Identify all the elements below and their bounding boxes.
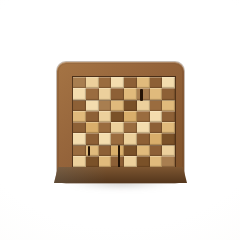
board-square-light: [99, 133, 112, 144]
board-square-light: [99, 156, 112, 167]
chess-board: [57, 62, 184, 183]
board-square-dark: [137, 133, 150, 144]
board-square-dark: [73, 77, 86, 88]
board-square-dark: [137, 111, 150, 122]
piece-seam: [73, 100, 175, 101]
board-square-light: [162, 122, 175, 133]
board-square-dark: [137, 88, 150, 99]
board-square-dark: [150, 77, 163, 88]
piece-gap: [88, 146, 90, 156]
board-square-dark: [111, 88, 124, 99]
board-square-dark: [124, 100, 137, 111]
bevel-miter-shade: [54, 167, 107, 183]
board-square-light: [73, 156, 86, 167]
board-square-dark: [111, 133, 124, 144]
board-square-light: [111, 100, 124, 111]
board-square-light: [162, 100, 175, 111]
board-square-light: [86, 100, 99, 111]
board-square-light: [150, 133, 163, 144]
board-square-light: [150, 156, 163, 167]
board-square-light: [124, 88, 137, 99]
board-square-dark: [73, 100, 86, 111]
board-square-dark: [162, 133, 175, 144]
board-square-dark: [162, 156, 175, 167]
board-square-light: [137, 100, 150, 111]
frame-bottom-bevel: [54, 167, 187, 183]
board-square-light: [73, 88, 86, 99]
board-square-light: [162, 77, 175, 88]
board-square-light: [124, 133, 137, 144]
board-square-dark: [86, 88, 99, 99]
board-square-light: [99, 111, 112, 122]
board-square-dark: [99, 100, 112, 111]
board-square-light: [86, 77, 99, 88]
board-square-dark: [150, 145, 163, 156]
board-square-light: [162, 145, 175, 156]
board-square-dark: [150, 122, 163, 133]
board-square-light: [111, 122, 124, 133]
board-square-light: [150, 88, 163, 99]
board-square-dark: [124, 122, 137, 133]
board-square-light: [124, 156, 137, 167]
board-square-dark: [124, 145, 137, 156]
board-square-dark: [124, 77, 137, 88]
board-square-dark: [137, 156, 150, 167]
board-square-dark: [73, 122, 86, 133]
board-square-light: [150, 111, 163, 122]
piece-seam: [73, 145, 175, 146]
board-square-dark: [162, 88, 175, 99]
piece-gap: [118, 145, 120, 168]
board-square-dark: [111, 111, 124, 122]
board-square-light: [124, 111, 137, 122]
board-square-light: [137, 122, 150, 133]
board-square-light: [99, 88, 112, 99]
board-square-dark: [73, 145, 86, 156]
board-square-dark: [86, 133, 99, 144]
board-square-dark: [150, 100, 163, 111]
board-square-dark: [99, 77, 112, 88]
board-square-light: [137, 77, 150, 88]
board-square-light: [111, 77, 124, 88]
board-square-dark: [99, 145, 112, 156]
board-square-dark: [86, 111, 99, 122]
board-square-light: [73, 111, 86, 122]
board-square-light: [86, 122, 99, 133]
board-square-light: [73, 133, 86, 144]
board-square-dark: [86, 156, 99, 167]
board-square-dark: [162, 111, 175, 122]
board-square-light: [137, 145, 150, 156]
board-square-dark: [99, 122, 112, 133]
